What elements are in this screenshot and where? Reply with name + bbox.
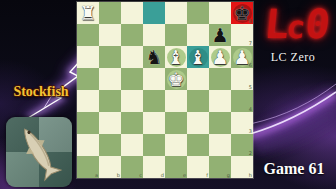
coord-file-d: d	[161, 173, 164, 178]
game-number-label: Game 61	[252, 160, 336, 178]
square-a1: a	[77, 156, 99, 178]
square-c1: c	[121, 156, 143, 178]
square-a5	[77, 68, 99, 90]
square-e5: ♚	[165, 68, 187, 90]
piece-white-pawn-g6: ♟	[209, 46, 231, 68]
square-b2	[99, 134, 121, 156]
square-a7	[77, 24, 99, 46]
square-f8	[187, 2, 209, 24]
square-c6	[121, 46, 143, 68]
square-e3	[165, 112, 187, 134]
square-g6: ♟	[209, 46, 231, 68]
piece-white-bishop-f6: ♝	[187, 46, 209, 68]
lc0-logo: Lc0	[253, 1, 336, 49]
square-b1: b	[99, 156, 121, 178]
square-b8	[99, 2, 121, 24]
square-h4: 4	[231, 90, 253, 112]
square-c8	[121, 2, 143, 24]
square-b6	[99, 46, 121, 68]
square-c5	[121, 68, 143, 90]
square-e4	[165, 90, 187, 112]
square-h1: h	[231, 156, 253, 178]
square-h5: 5	[231, 68, 253, 90]
square-c2	[121, 134, 143, 156]
coord-file-g: g	[227, 173, 230, 178]
square-b7	[99, 24, 121, 46]
square-d2	[143, 134, 165, 156]
piece-black-pawn-g7: ♟	[209, 24, 231, 46]
piece-black-knight-d6: ♞	[143, 46, 165, 68]
square-f5	[187, 68, 209, 90]
coord-file-e: e	[183, 173, 186, 178]
square-d6: ♞	[143, 46, 165, 68]
coord-file-c: c	[139, 173, 142, 178]
square-f6: ♝	[187, 46, 209, 68]
stockfish-fish-icon	[6, 117, 72, 187]
square-a4	[77, 90, 99, 112]
square-g5	[209, 68, 231, 90]
square-c3	[121, 112, 143, 134]
square-a8: ♜	[77, 2, 99, 24]
square-h2: 2	[231, 134, 253, 156]
square-h3: 3	[231, 112, 253, 134]
square-e2	[165, 134, 187, 156]
square-e7	[165, 24, 187, 46]
square-a3	[77, 112, 99, 134]
square-d8	[143, 2, 165, 24]
piece-white-rook-a8: ♜	[77, 2, 99, 24]
square-h6: ♟6	[231, 46, 253, 68]
square-e8	[165, 2, 187, 24]
square-f2	[187, 134, 209, 156]
square-d4	[143, 90, 165, 112]
chess-board: ♜♚8♟7♞♝♝♟♟6♚5432abcdefgh	[77, 2, 253, 178]
square-g1: g	[209, 156, 231, 178]
square-c7	[121, 24, 143, 46]
square-d5	[143, 68, 165, 90]
square-g2	[209, 134, 231, 156]
square-g7: ♟	[209, 24, 231, 46]
square-g3	[209, 112, 231, 134]
square-d1: d	[143, 156, 165, 178]
coord-file-a: a	[95, 173, 98, 178]
lc0-logo-letter-zero: 0	[303, 1, 330, 47]
square-g4	[209, 90, 231, 112]
square-h8: ♚8	[231, 2, 253, 24]
square-f7	[187, 24, 209, 46]
square-e1: e	[165, 156, 187, 178]
square-d7	[143, 24, 165, 46]
square-b3	[99, 112, 121, 134]
square-b5	[99, 68, 121, 90]
lc0-name-label: LC Zero	[252, 50, 334, 65]
square-f1: f	[187, 156, 209, 178]
square-f3	[187, 112, 209, 134]
square-b4	[99, 90, 121, 112]
square-c4	[121, 90, 143, 112]
square-e6: ♝	[165, 46, 187, 68]
square-g8	[209, 2, 231, 24]
square-a6	[77, 46, 99, 68]
piece-white-bishop-e6: ♝	[165, 46, 187, 68]
piece-white-king-e5: ♚	[165, 68, 187, 90]
stockfish-name-label: Stockfish	[4, 84, 78, 100]
coord-file-b: b	[117, 173, 120, 178]
square-d3	[143, 112, 165, 134]
square-h7: 7	[231, 24, 253, 46]
coord-file-f: f	[206, 173, 208, 178]
square-a2	[77, 134, 99, 156]
square-f4	[187, 90, 209, 112]
